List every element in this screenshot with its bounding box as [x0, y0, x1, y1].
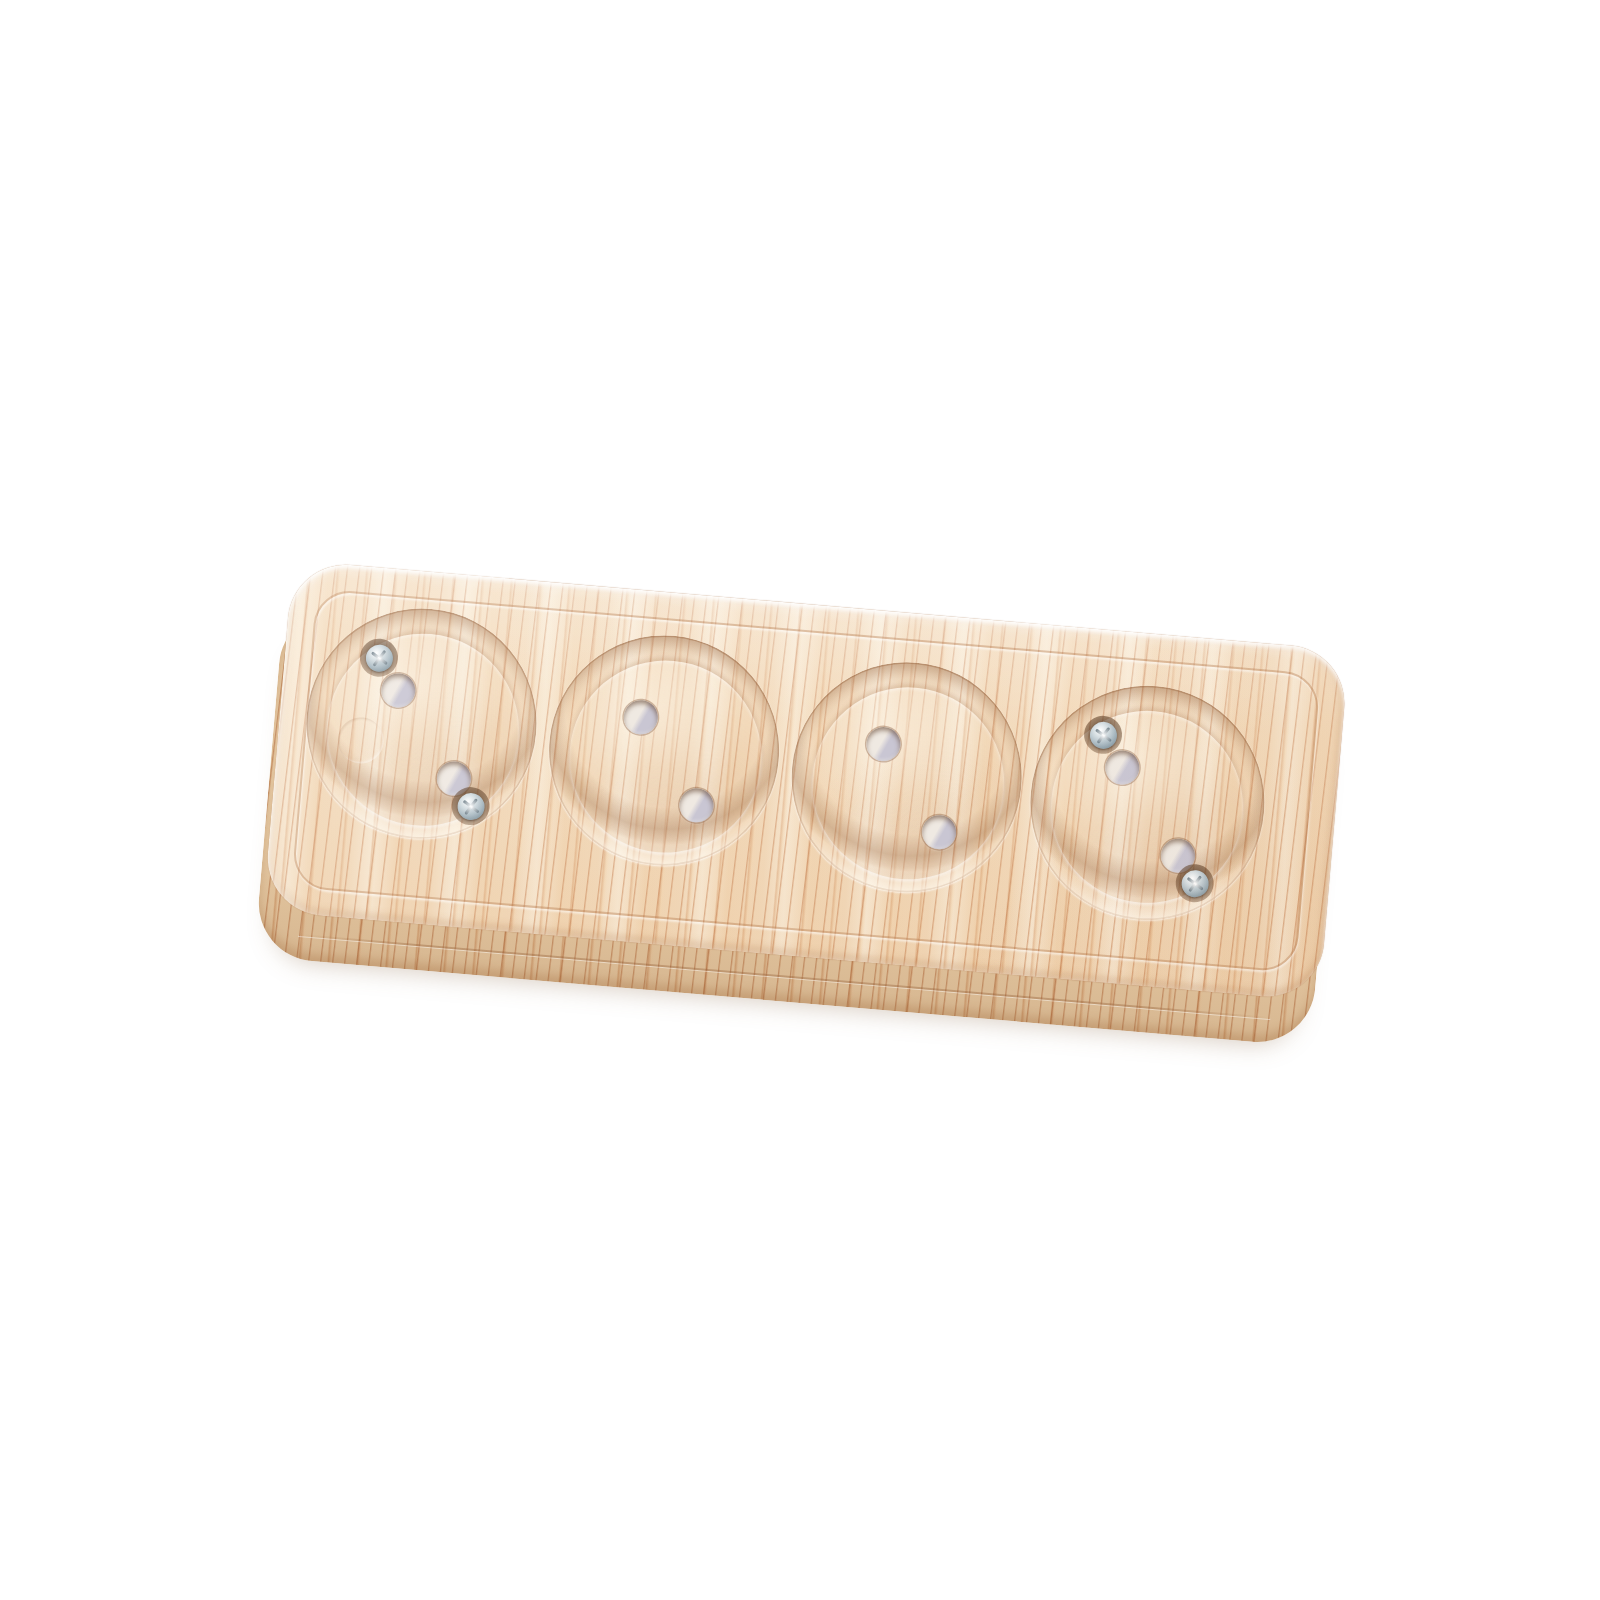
screw-head-icon: [364, 643, 393, 672]
socket-recess-1: [297, 599, 546, 848]
socket-floor: [1043, 703, 1251, 911]
screw-head-icon: [1088, 720, 1117, 749]
sockets: [293, 560, 1349, 651]
socket-floor: [804, 680, 1012, 888]
socket-floor: [562, 653, 770, 861]
socket-recess-2: [540, 626, 789, 875]
screw-head-icon: [1180, 869, 1209, 898]
product-photo: [0, 0, 1600, 1600]
socket-recess-4: [1021, 676, 1274, 929]
screw-head-icon: [456, 791, 485, 820]
socket-recess-3: [782, 653, 1031, 902]
power-strip: [263, 560, 1349, 1001]
